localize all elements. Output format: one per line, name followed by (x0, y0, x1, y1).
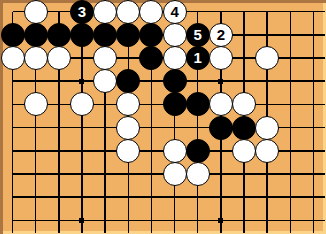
grid-line-horizontal (232, 57, 256, 59)
intersection[interactable] (117, 162, 140, 185)
grid-line-horizontal (93, 127, 117, 129)
grid-line-horizontal (47, 196, 71, 198)
grid-line-horizontal (301, 57, 325, 59)
intersection[interactable] (186, 186, 209, 209)
intersection[interactable] (256, 209, 279, 232)
intersection[interactable] (163, 162, 186, 185)
intersection[interactable] (94, 23, 117, 46)
white-stone (93, 0, 117, 24)
black-stone (139, 23, 163, 47)
grid-line-horizontal (278, 127, 302, 129)
intersection[interactable] (47, 0, 70, 23)
grid-line-horizontal (186, 11, 210, 13)
intersection[interactable] (279, 70, 302, 93)
grid-line-horizontal (24, 173, 48, 175)
grid-line-horizontal (70, 173, 94, 175)
intersection[interactable] (94, 162, 117, 185)
intersection[interactable] (302, 46, 325, 69)
grid-line-horizontal (209, 11, 233, 13)
grid-line-horizontal (232, 11, 256, 13)
grid-line-horizontal (301, 34, 325, 36)
white-stone (163, 46, 187, 70)
intersection[interactable] (47, 209, 70, 232)
intersection[interactable] (163, 23, 186, 46)
grid-line-horizontal (93, 173, 117, 175)
intersection[interactable] (256, 46, 279, 69)
intersection[interactable] (209, 186, 232, 209)
grid-line-horizontal (186, 220, 210, 222)
grid-line-horizontal (93, 196, 117, 198)
intersection[interactable]: 4 (163, 0, 186, 23)
intersection[interactable] (94, 139, 117, 162)
grid-line-horizontal (255, 11, 279, 13)
intersection[interactable] (70, 162, 93, 185)
intersection[interactable] (140, 70, 163, 93)
grid-line-horizontal (93, 104, 117, 106)
white-stone (93, 46, 117, 70)
intersection[interactable] (279, 0, 302, 23)
intersection[interactable] (279, 186, 302, 209)
grid-line-horizontal (301, 173, 325, 175)
intersection[interactable] (70, 70, 93, 93)
intersection[interactable] (47, 139, 70, 162)
intersection[interactable] (302, 70, 325, 93)
black-stone (163, 92, 187, 116)
white-stone-move-2: 2 (209, 23, 233, 47)
intersection[interactable]: 1 (186, 46, 209, 69)
grid-line-horizontal (139, 196, 163, 198)
white-stone (163, 162, 187, 186)
grid-line-horizontal (232, 173, 256, 175)
white-stone (116, 92, 140, 116)
intersection[interactable] (209, 139, 232, 162)
intersection[interactable] (140, 209, 163, 232)
intersection[interactable] (47, 46, 70, 69)
intersection[interactable] (1, 46, 24, 69)
grid-line-horizontal (47, 11, 71, 13)
intersection[interactable] (1, 186, 24, 209)
black-stone-move-3: 3 (70, 0, 94, 24)
grid-line-horizontal (301, 80, 325, 82)
black-stone (232, 116, 256, 140)
intersection[interactable] (279, 116, 302, 139)
grid-line-horizontal (24, 196, 48, 198)
intersection[interactable] (1, 209, 24, 232)
intersection[interactable] (186, 116, 209, 139)
intersection[interactable] (279, 162, 302, 185)
white-stone (255, 139, 279, 163)
grid-line-horizontal (255, 220, 279, 222)
grid-line-horizontal (255, 80, 279, 82)
white-stone (139, 0, 163, 24)
intersection[interactable] (47, 70, 70, 93)
intersection[interactable] (70, 186, 93, 209)
white-stone (116, 139, 140, 163)
grid-line-horizontal (301, 220, 325, 222)
intersection[interactable] (163, 93, 186, 116)
black-stone (116, 69, 140, 93)
grid-line-horizontal (116, 57, 140, 59)
white-stone (24, 92, 48, 116)
intersection[interactable] (140, 162, 163, 185)
grid-line-horizontal (209, 150, 233, 152)
intersection[interactable] (302, 93, 325, 116)
grid-line-horizontal (47, 173, 71, 175)
star-point (79, 218, 84, 223)
grid-line-horizontal (139, 220, 163, 222)
intersection[interactable] (117, 209, 140, 232)
intersection[interactable] (256, 0, 279, 23)
intersection[interactable] (94, 116, 117, 139)
grid-line-horizontal (278, 104, 302, 106)
white-stone (163, 139, 187, 163)
intersection[interactable] (94, 70, 117, 93)
go-board-diagram: 34521 (0, 0, 326, 234)
black-stone (47, 23, 71, 47)
intersection[interactable] (302, 139, 325, 162)
white-stone (1, 46, 25, 70)
intersection[interactable] (47, 23, 70, 46)
intersection[interactable] (302, 186, 325, 209)
intersection[interactable] (47, 93, 70, 116)
intersection[interactable] (163, 186, 186, 209)
grid-line-horizontal (255, 173, 279, 175)
grid-line-horizontal (162, 196, 186, 198)
intersection[interactable] (1, 162, 24, 185)
intersection[interactable] (163, 116, 186, 139)
intersection[interactable] (232, 162, 255, 185)
grid-line-horizontal (232, 220, 256, 222)
grid-line-horizontal (70, 127, 94, 129)
grid-line-horizontal (278, 34, 302, 36)
grid-line-horizontal (209, 173, 233, 175)
intersection[interactable] (232, 93, 255, 116)
intersection[interactable] (163, 46, 186, 69)
intersection[interactable] (256, 186, 279, 209)
grid-line-horizontal (278, 11, 302, 13)
grid-line-horizontal (278, 57, 302, 59)
star-point (218, 218, 223, 223)
intersection[interactable] (209, 93, 232, 116)
intersection[interactable] (232, 139, 255, 162)
grid-line-horizontal (255, 196, 279, 198)
white-stone (47, 46, 71, 70)
grid-line-horizontal (24, 80, 48, 82)
grid-line-horizontal (70, 57, 94, 59)
grid-line-horizontal (139, 104, 163, 106)
intersection[interactable] (256, 162, 279, 185)
grid-line-horizontal (301, 150, 325, 152)
intersection[interactable] (186, 93, 209, 116)
grid-line-horizontal (278, 80, 302, 82)
intersection[interactable] (94, 46, 117, 69)
black-stone (163, 69, 187, 93)
grid-line-horizontal (186, 127, 210, 129)
intersection[interactable] (279, 93, 302, 116)
white-stone (255, 46, 279, 70)
intersection[interactable] (47, 116, 70, 139)
white-stone (209, 46, 233, 70)
grid-line-horizontal (70, 150, 94, 152)
grid-line-horizontal (301, 11, 325, 13)
grid-line-horizontal (139, 127, 163, 129)
intersection[interactable] (1, 0, 24, 23)
intersection[interactable] (256, 93, 279, 116)
intersection[interactable]: 2 (209, 23, 232, 46)
intersection[interactable] (117, 46, 140, 69)
intersection[interactable] (117, 70, 140, 93)
intersection[interactable] (209, 70, 232, 93)
grid-line-horizontal (24, 127, 48, 129)
grid-line-horizontal (209, 196, 233, 198)
intersection[interactable] (232, 0, 255, 23)
star-point (79, 79, 84, 84)
intersection[interactable] (140, 23, 163, 46)
intersection[interactable] (70, 209, 93, 232)
grid-line-horizontal (47, 127, 71, 129)
white-stone (116, 0, 140, 24)
intersection[interactable] (186, 162, 209, 185)
grid-line-horizontal (278, 196, 302, 198)
intersection[interactable] (117, 116, 140, 139)
intersection[interactable] (232, 23, 255, 46)
black-stone-move-1: 1 (186, 46, 210, 70)
intersection[interactable] (256, 70, 279, 93)
grid-line-horizontal (186, 80, 210, 82)
intersection[interactable] (140, 116, 163, 139)
intersection[interactable] (302, 0, 325, 23)
intersection[interactable] (117, 93, 140, 116)
white-stone (93, 69, 117, 93)
grid-line-horizontal (139, 150, 163, 152)
white-stone (163, 23, 187, 47)
intersection[interactable] (24, 23, 47, 46)
grid-line-horizontal (278, 150, 302, 152)
intersection[interactable]: 5 (186, 23, 209, 46)
grid-line-horizontal (139, 80, 163, 82)
intersection[interactable] (24, 186, 47, 209)
intersection[interactable] (24, 162, 47, 185)
grid-line-horizontal (162, 127, 186, 129)
star-point (218, 79, 223, 84)
intersection[interactable] (140, 93, 163, 116)
grid-line-horizontal (301, 127, 325, 129)
black-stone (24, 23, 48, 47)
intersection[interactable] (232, 116, 255, 139)
intersection[interactable] (117, 139, 140, 162)
black-stone (116, 23, 140, 47)
intersection[interactable] (163, 139, 186, 162)
grid-line-horizontal (47, 104, 71, 106)
white-stone (232, 139, 256, 163)
grid-line-horizontal (24, 150, 48, 152)
intersection[interactable] (232, 70, 255, 93)
grid-line-horizontal (162, 220, 186, 222)
intersection[interactable] (70, 116, 93, 139)
intersection[interactable] (140, 139, 163, 162)
grid-line-horizontal (93, 150, 117, 152)
intersection[interactable] (302, 23, 325, 46)
grid-line-horizontal (47, 150, 71, 152)
black-stone (209, 116, 233, 140)
intersection[interactable] (256, 23, 279, 46)
intersection[interactable] (24, 0, 47, 23)
intersection[interactable] (232, 46, 255, 69)
grid-line-horizontal (116, 220, 140, 222)
intersection[interactable] (94, 186, 117, 209)
intersection[interactable] (186, 209, 209, 232)
intersection[interactable] (140, 186, 163, 209)
intersection[interactable] (209, 116, 232, 139)
grid-line-horizontal (255, 104, 279, 106)
intersection[interactable] (1, 23, 24, 46)
intersection[interactable] (70, 93, 93, 116)
grid-line-horizontal (139, 173, 163, 175)
black-stone (139, 46, 163, 70)
intersection[interactable] (302, 116, 325, 139)
black-stone (1, 23, 25, 47)
white-stone (186, 162, 210, 186)
grid-line-horizontal (24, 220, 48, 222)
grid-line-horizontal (47, 220, 71, 222)
intersection[interactable] (24, 46, 47, 69)
intersection[interactable] (70, 139, 93, 162)
intersection[interactable] (163, 209, 186, 232)
white-stone (24, 46, 48, 70)
intersection[interactable] (302, 162, 325, 185)
intersection[interactable] (186, 70, 209, 93)
intersection[interactable] (186, 139, 209, 162)
intersection[interactable] (302, 209, 325, 232)
intersection[interactable] (209, 46, 232, 69)
black-stone (70, 23, 94, 47)
black-stone-move-5: 5 (186, 23, 210, 47)
grid-line-horizontal (278, 173, 302, 175)
intersection[interactable] (163, 70, 186, 93)
grid-line-horizontal (301, 196, 325, 198)
intersection[interactable] (117, 0, 140, 23)
grid-line-horizontal (232, 196, 256, 198)
intersection[interactable] (140, 46, 163, 69)
black-stone (186, 92, 210, 116)
intersection[interactable] (94, 93, 117, 116)
intersection[interactable] (140, 0, 163, 23)
intersection[interactable] (70, 23, 93, 46)
intersection[interactable] (24, 116, 47, 139)
intersection[interactable] (47, 162, 70, 185)
grid-line-horizontal (232, 80, 256, 82)
intersection[interactable] (279, 23, 302, 46)
intersection[interactable] (94, 0, 117, 23)
intersection[interactable] (232, 186, 255, 209)
intersection[interactable] (1, 116, 24, 139)
intersection[interactable] (186, 0, 209, 23)
grid-line-horizontal (186, 196, 210, 198)
intersection[interactable] (117, 186, 140, 209)
grid-line-horizontal (255, 34, 279, 36)
intersection[interactable] (256, 116, 279, 139)
white-stone (24, 0, 48, 24)
intersection[interactable] (209, 209, 232, 232)
intersection[interactable] (117, 23, 140, 46)
grid-line-horizontal (278, 220, 302, 222)
white-stone (70, 92, 94, 116)
black-stone (93, 23, 117, 47)
grid-line-horizontal (116, 196, 140, 198)
white-stone (232, 92, 256, 116)
grid-line-horizontal (93, 220, 117, 222)
white-stone (255, 116, 279, 140)
intersection[interactable] (70, 46, 93, 69)
grid-line-horizontal (70, 196, 94, 198)
intersection[interactable] (279, 46, 302, 69)
grid-line-horizontal (232, 34, 256, 36)
intersection[interactable] (1, 139, 24, 162)
intersection[interactable] (24, 70, 47, 93)
intersection[interactable] (209, 0, 232, 23)
intersection[interactable] (209, 162, 232, 185)
intersection[interactable] (1, 70, 24, 93)
grid-line-horizontal (47, 80, 71, 82)
intersection[interactable] (279, 209, 302, 232)
board-grid: 34521 (1, 0, 325, 232)
intersection[interactable]: 3 (70, 0, 93, 23)
intersection[interactable] (279, 139, 302, 162)
intersection[interactable] (47, 186, 70, 209)
intersection[interactable] (232, 209, 255, 232)
intersection[interactable] (94, 209, 117, 232)
white-stone-move-4: 4 (163, 0, 187, 24)
intersection[interactable] (24, 139, 47, 162)
intersection[interactable] (256, 139, 279, 162)
intersection[interactable] (1, 93, 24, 116)
white-stone (116, 116, 140, 140)
grid-line-horizontal (116, 173, 140, 175)
grid-line-horizontal (301, 104, 325, 106)
black-stone (186, 139, 210, 163)
intersection[interactable] (24, 93, 47, 116)
white-stone (209, 92, 233, 116)
intersection[interactable] (24, 209, 47, 232)
